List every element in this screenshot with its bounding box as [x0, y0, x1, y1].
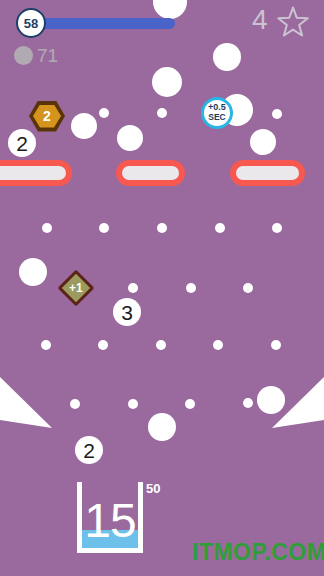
peg — [157, 108, 167, 118]
numbered-ball: 2 — [75, 436, 103, 464]
ball-count-badge: 58 — [16, 8, 46, 38]
peg — [42, 223, 52, 233]
watermark-text: ITMOP.COM — [192, 539, 324, 566]
peg — [99, 108, 109, 118]
paddle-inner — [0, 166, 66, 180]
paddle-inner — [236, 166, 299, 180]
ball — [117, 125, 143, 151]
peg — [186, 283, 196, 293]
progress-bar — [31, 18, 175, 29]
cup-wall-bottom — [77, 548, 143, 553]
ball — [19, 258, 47, 286]
peg — [98, 340, 108, 350]
peg — [243, 398, 253, 408]
numbered-ball: 3 — [113, 298, 141, 326]
peg — [215, 223, 225, 233]
cup-capacity: 50 — [146, 481, 160, 496]
peg — [70, 399, 80, 409]
hexagon-multiplier-value: 2 — [29, 101, 65, 132]
peg — [272, 109, 282, 119]
stars-count: 4 — [252, 4, 268, 36]
multiplier-hexagon: 2 — [29, 101, 65, 132]
ball — [153, 0, 187, 19]
score-ball-icon — [14, 46, 33, 65]
time-bonus-unit: SEC — [208, 113, 225, 122]
peg — [213, 340, 223, 350]
time-bonus-badge: +0.5 SEC — [201, 97, 233, 129]
peg — [128, 399, 138, 409]
ball — [213, 43, 241, 71]
ball — [257, 386, 285, 414]
numbered-ball: 2 — [8, 129, 36, 157]
ball — [250, 129, 276, 155]
bonus-diamond: +1 — [58, 270, 95, 307]
peg — [41, 340, 51, 350]
ball — [148, 413, 176, 441]
paddle — [230, 160, 305, 186]
paddle-inner — [122, 166, 179, 180]
cup-collected-count: 15 — [77, 497, 143, 545]
peg — [272, 223, 282, 233]
peg — [271, 340, 281, 350]
peg — [99, 223, 109, 233]
ball — [152, 67, 182, 97]
peg — [243, 283, 253, 293]
paddle — [0, 160, 72, 186]
ball-count-value: 58 — [24, 16, 38, 31]
score-value: 71 — [37, 45, 58, 67]
peg — [157, 223, 167, 233]
peg — [185, 399, 195, 409]
funnel-wall-left — [0, 375, 53, 429]
star-icon — [276, 5, 310, 39]
ball — [71, 113, 97, 139]
peg — [156, 340, 166, 350]
peg — [128, 283, 138, 293]
diamond-bonus-value: +1 — [69, 281, 83, 295]
game-screen[interactable]: 232 2 +1 +0.5 SEC 58 71 4 15 50 ITMOP.CO… — [0, 0, 324, 576]
paddle — [116, 160, 185, 186]
